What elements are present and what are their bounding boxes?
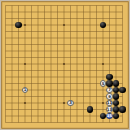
move-number: 15: [107, 114, 112, 118]
star-point: [24, 24, 26, 26]
star-point: [63, 102, 65, 104]
move-number: 1: [24, 88, 27, 92]
go-board[interactable]: 13579111315: [0, 0, 130, 130]
stone-white-r6[interactable]: 7: [106, 87, 112, 93]
stone-white-r2[interactable]: 15: [106, 113, 112, 119]
move-number: 9: [108, 95, 111, 99]
stone-white-r3[interactable]: 13: [106, 106, 112, 112]
stone-white-l4[interactable]: 3: [67, 100, 73, 106]
stone-black-t3[interactable]: [119, 106, 125, 112]
move-number: 13: [107, 108, 112, 112]
stone-black-t6[interactable]: [119, 87, 125, 93]
star-point: [102, 102, 104, 104]
move-number: 3: [69, 101, 72, 105]
stone-white-r5[interactable]: 9: [106, 93, 112, 99]
stone-black-r8[interactable]: [106, 74, 112, 80]
move-number: 11: [107, 101, 112, 105]
star-point: [63, 24, 65, 26]
stone-black-s3[interactable]: [113, 106, 119, 112]
move-number: 7: [108, 88, 111, 92]
move-number: 5: [102, 82, 105, 86]
star-point: [63, 63, 65, 65]
star-point: [24, 102, 26, 104]
stone-black-s7[interactable]: [113, 80, 119, 86]
stone-black-s5[interactable]: [113, 93, 119, 99]
stone-black-o3[interactable]: [87, 106, 93, 112]
stone-black-r7[interactable]: [106, 80, 112, 86]
star-point: [24, 63, 26, 65]
stone-white-q7[interactable]: 5: [100, 80, 106, 86]
stone-black-c16[interactable]: [15, 22, 21, 28]
stone-white-r4[interactable]: 11: [106, 100, 112, 106]
star-point: [102, 63, 104, 65]
